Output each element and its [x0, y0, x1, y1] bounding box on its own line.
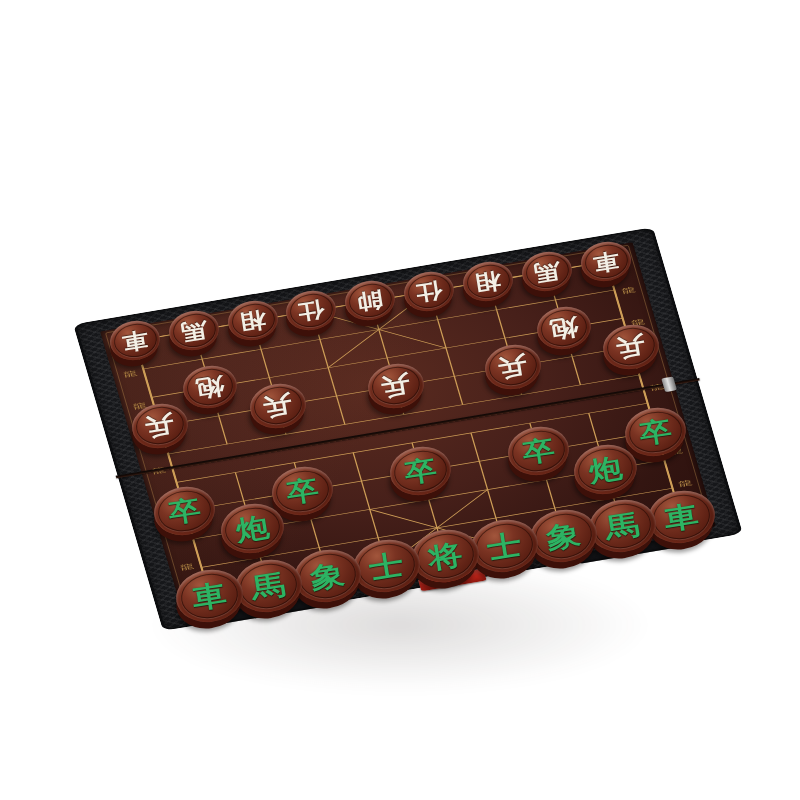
- piece-green-soldier[interactable]: 卒: [269, 462, 337, 519]
- piece-white-cannon[interactable]: 炮: [534, 303, 594, 353]
- piece-character: 仕: [297, 299, 326, 324]
- piece-white-soldier[interactable]: 兵: [482, 340, 544, 392]
- piece-white-chariot[interactable]: 車: [578, 238, 634, 285]
- piece-green-chariot[interactable]: 車: [644, 486, 718, 548]
- pieces-layer: 車馬相仕帥仕相馬車炮炮兵兵兵兵兵卒卒卒卒卒炮炮車馬象士将士象馬車: [0, 0, 800, 800]
- piece-white-elephant[interactable]: 相: [460, 258, 516, 305]
- piece-character: 卒: [520, 436, 556, 467]
- piece-character: 兵: [144, 412, 176, 440]
- piece-green-general[interactable]: 将: [408, 525, 482, 587]
- piece-white-soldier[interactable]: 兵: [247, 380, 309, 432]
- piece-white-horse[interactable]: 馬: [166, 307, 222, 354]
- piece-character: 兵: [497, 352, 529, 380]
- piece-white-advisor[interactable]: 仕: [401, 268, 457, 315]
- piece-character: 兵: [615, 333, 647, 361]
- piece-character: 仕: [415, 279, 444, 304]
- piece-character: 象: [544, 520, 582, 553]
- piece-white-soldier[interactable]: 兵: [600, 321, 662, 373]
- piece-character: 卒: [403, 456, 439, 487]
- piece-green-soldier[interactable]: 卒: [151, 482, 219, 539]
- piece-character: 兵: [261, 392, 293, 420]
- piece-character: 兵: [379, 372, 411, 400]
- piece-green-horse[interactable]: 馬: [585, 496, 659, 558]
- piece-white-elephant[interactable]: 相: [225, 298, 281, 345]
- piece-character: 相: [474, 269, 503, 294]
- piece-character: 炮: [195, 374, 226, 401]
- piece-character: 車: [191, 579, 229, 612]
- piece-character: 車: [592, 249, 621, 274]
- piece-character: 卒: [167, 495, 203, 526]
- piece-character: 帥: [356, 289, 385, 314]
- piece-character: 将: [426, 540, 464, 573]
- piece-character: 馬: [179, 318, 208, 343]
- piece-white-general[interactable]: 帥: [343, 278, 399, 325]
- piece-character: 車: [120, 328, 149, 353]
- piece-green-elephant[interactable]: 象: [291, 545, 365, 607]
- product-photo: 龍龍龍龍龍龍龍龍龍 龍龍龍龍龍龍龍龍龍 象棋 車馬相仕帥仕相馬車炮炮兵兵兵兵兵卒…: [0, 0, 800, 800]
- piece-white-cannon[interactable]: 炮: [180, 362, 240, 412]
- piece-character: 馬: [603, 510, 641, 543]
- piece-green-cannon[interactable]: 炮: [217, 500, 287, 559]
- piece-green-soldier[interactable]: 卒: [622, 403, 690, 460]
- piece-character: 卒: [638, 416, 674, 447]
- piece-green-elephant[interactable]: 象: [526, 505, 600, 567]
- piece-character: 馬: [533, 259, 562, 284]
- piece-character: 炮: [548, 315, 579, 342]
- piece-white-advisor[interactable]: 仕: [284, 288, 340, 335]
- piece-character: 炮: [587, 454, 624, 486]
- piece-green-chariot[interactable]: 車: [173, 565, 247, 627]
- piece-character: 相: [238, 308, 267, 333]
- piece-character: 炮: [234, 513, 271, 545]
- piece-green-cannon[interactable]: 炮: [570, 441, 640, 500]
- piece-white-chariot[interactable]: 車: [107, 317, 163, 364]
- piece-green-soldier[interactable]: 卒: [386, 443, 454, 500]
- piece-character: 士: [485, 530, 523, 563]
- piece-character: 馬: [250, 569, 288, 602]
- piece-white-soldier[interactable]: 兵: [364, 360, 426, 412]
- piece-green-soldier[interactable]: 卒: [504, 423, 572, 480]
- piece-character: 士: [367, 550, 405, 583]
- piece-character: 車: [662, 500, 700, 533]
- piece-white-horse[interactable]: 馬: [519, 248, 575, 295]
- piece-white-soldier[interactable]: 兵: [129, 400, 191, 452]
- piece-green-advisor[interactable]: 士: [349, 535, 423, 597]
- piece-green-advisor[interactable]: 士: [467, 515, 541, 577]
- piece-character: 象: [309, 559, 347, 592]
- piece-character: 卒: [285, 475, 321, 506]
- piece-green-horse[interactable]: 馬: [232, 555, 306, 617]
